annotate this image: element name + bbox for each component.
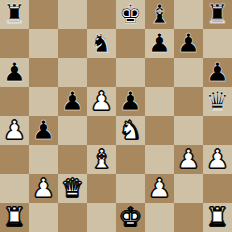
square-b5[interactable]	[29, 87, 58, 116]
square-a6[interactable]: ♟	[0, 58, 29, 87]
square-g2[interactable]	[174, 174, 203, 203]
square-h7[interactable]	[203, 29, 232, 58]
piece-black-bishop[interactable]: ♝	[148, 0, 171, 29]
piece-white-pawn[interactable]: ♟	[90, 87, 113, 116]
piece-black-rook[interactable]: ♜	[206, 0, 229, 29]
square-d1[interactable]	[87, 203, 116, 232]
piece-black-king[interactable]: ♚	[119, 0, 142, 29]
square-f8[interactable]: ♝	[145, 0, 174, 29]
piece-black-rook[interactable]: ♜	[3, 0, 26, 29]
square-d8[interactable]	[87, 0, 116, 29]
square-c1[interactable]	[58, 203, 87, 232]
square-b2[interactable]: ♟	[29, 174, 58, 203]
piece-white-pawn[interactable]: ♟	[32, 174, 55, 203]
square-h2[interactable]	[203, 174, 232, 203]
square-c5[interactable]: ♟	[58, 87, 87, 116]
square-c6[interactable]	[58, 58, 87, 87]
square-a1[interactable]: ♜	[0, 203, 29, 232]
piece-white-rook[interactable]: ♜	[206, 203, 229, 232]
square-f5[interactable]	[145, 87, 174, 116]
square-d3[interactable]: ♝	[87, 145, 116, 174]
square-f4[interactable]	[145, 116, 174, 145]
square-b8[interactable]	[29, 0, 58, 29]
square-h3[interactable]: ♟	[203, 145, 232, 174]
square-h4[interactable]	[203, 116, 232, 145]
piece-white-pawn[interactable]: ♟	[206, 145, 229, 174]
square-b7[interactable]	[29, 29, 58, 58]
square-d4[interactable]	[87, 116, 116, 145]
square-h8[interactable]: ♜	[203, 0, 232, 29]
square-d2[interactable]	[87, 174, 116, 203]
square-b1[interactable]	[29, 203, 58, 232]
piece-black-pawn[interactable]: ♟	[177, 29, 200, 58]
square-b6[interactable]	[29, 58, 58, 87]
square-c3[interactable]	[58, 145, 87, 174]
square-d5[interactable]: ♟	[87, 87, 116, 116]
piece-white-pawn[interactable]: ♟	[148, 174, 171, 203]
square-g7[interactable]: ♟	[174, 29, 203, 58]
square-c2[interactable]: ♛	[58, 174, 87, 203]
square-e5[interactable]: ♟	[116, 87, 145, 116]
square-c8[interactable]	[58, 0, 87, 29]
square-e6[interactable]	[116, 58, 145, 87]
piece-black-pawn[interactable]: ♟	[119, 87, 142, 116]
square-c7[interactable]	[58, 29, 87, 58]
piece-white-rook[interactable]: ♜	[3, 203, 26, 232]
piece-white-bishop[interactable]: ♝	[90, 145, 113, 174]
piece-black-pawn[interactable]: ♟	[3, 58, 26, 87]
square-a4[interactable]: ♟	[0, 116, 29, 145]
square-g4[interactable]	[174, 116, 203, 145]
square-e4[interactable]: ♞	[116, 116, 145, 145]
square-g5[interactable]	[174, 87, 203, 116]
square-h6[interactable]: ♟	[203, 58, 232, 87]
piece-white-pawn[interactable]: ♟	[177, 145, 200, 174]
square-h5[interactable]: ♛	[203, 87, 232, 116]
piece-black-pawn[interactable]: ♟	[206, 58, 229, 87]
piece-white-knight[interactable]: ♞	[119, 116, 142, 145]
square-g8[interactable]	[174, 0, 203, 29]
piece-black-pawn[interactable]: ♟	[61, 87, 84, 116]
piece-white-king[interactable]: ♚	[119, 203, 142, 232]
piece-black-knight[interactable]: ♞	[90, 29, 113, 58]
square-f6[interactable]	[145, 58, 174, 87]
square-b3[interactable]	[29, 145, 58, 174]
square-h1[interactable]: ♜	[203, 203, 232, 232]
square-f3[interactable]	[145, 145, 174, 174]
square-e7[interactable]	[116, 29, 145, 58]
square-e3[interactable]	[116, 145, 145, 174]
square-e2[interactable]	[116, 174, 145, 203]
square-d6[interactable]	[87, 58, 116, 87]
chess-board: ♜♚♝♜♞♟♟♟♟♟♟♟♛♟♟♞♝♟♟♟♛♟♜♚♜	[0, 0, 232, 232]
square-e8[interactable]: ♚	[116, 0, 145, 29]
piece-black-pawn[interactable]: ♟	[32, 116, 55, 145]
square-f1[interactable]	[145, 203, 174, 232]
square-d7[interactable]: ♞	[87, 29, 116, 58]
square-a5[interactable]	[0, 87, 29, 116]
square-f7[interactable]: ♟	[145, 29, 174, 58]
piece-white-queen[interactable]: ♛	[61, 174, 84, 203]
square-e1[interactable]: ♚	[116, 203, 145, 232]
square-c4[interactable]	[58, 116, 87, 145]
square-f2[interactable]: ♟	[145, 174, 174, 203]
square-g6[interactable]	[174, 58, 203, 87]
square-g3[interactable]: ♟	[174, 145, 203, 174]
square-a2[interactable]	[0, 174, 29, 203]
square-a8[interactable]: ♜	[0, 0, 29, 29]
piece-black-queen[interactable]: ♛	[206, 87, 229, 116]
square-a7[interactable]	[0, 29, 29, 58]
square-a3[interactable]	[0, 145, 29, 174]
square-b4[interactable]: ♟	[29, 116, 58, 145]
piece-black-pawn[interactable]: ♟	[148, 29, 171, 58]
piece-white-pawn[interactable]: ♟	[3, 116, 26, 145]
square-g1[interactable]	[174, 203, 203, 232]
